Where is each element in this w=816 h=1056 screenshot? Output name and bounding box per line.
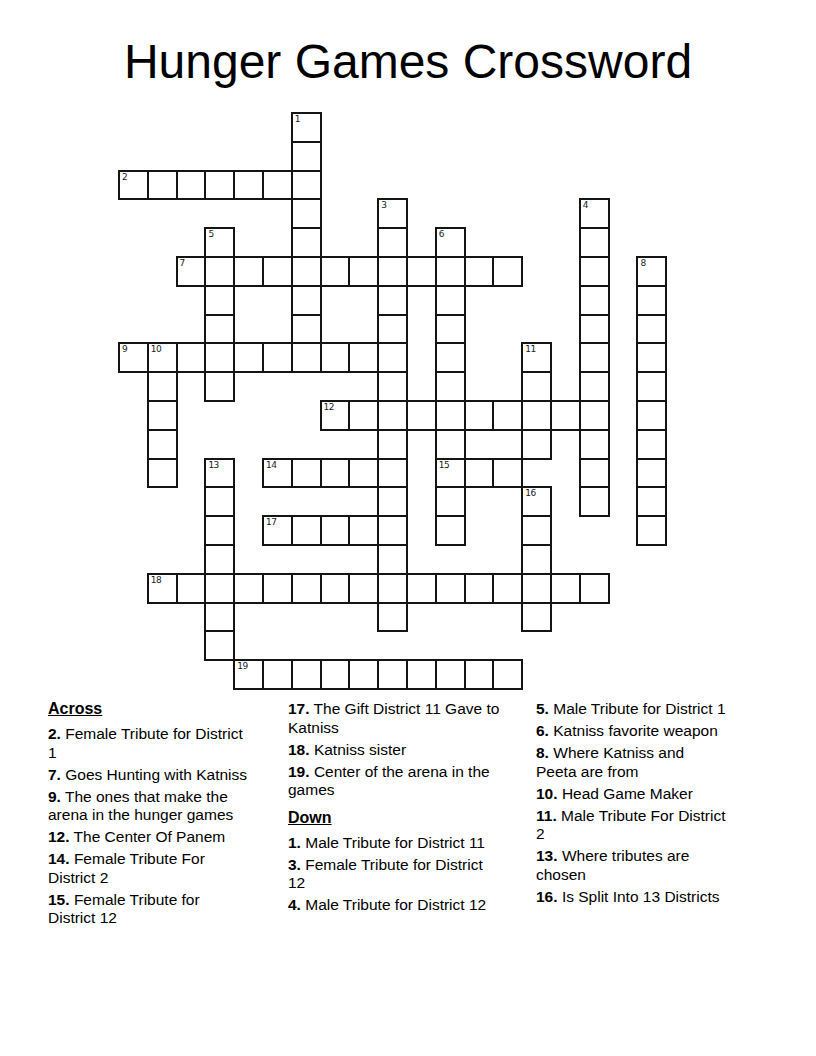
grid-cell[interactable] bbox=[291, 170, 322, 201]
clue-text: Where tributes are chosen bbox=[536, 847, 689, 883]
grid-cell[interactable]: 12 bbox=[320, 400, 351, 431]
grid-cell[interactable] bbox=[377, 285, 408, 316]
grid-cell[interactable] bbox=[262, 659, 293, 690]
grid-cell[interactable]: 13 bbox=[204, 458, 235, 489]
grid-cell[interactable] bbox=[435, 400, 466, 431]
grid-cell[interactable] bbox=[291, 198, 322, 229]
grid-cell[interactable] bbox=[291, 458, 322, 489]
clue-number: 6. bbox=[536, 722, 549, 739]
grid-cell[interactable] bbox=[262, 256, 293, 287]
grid-cell[interactable] bbox=[233, 342, 264, 373]
clue-item: 2. Female Tribute for District 1 bbox=[48, 725, 248, 762]
grid-cell[interactable]: 3 bbox=[377, 198, 408, 229]
clue-item: 16. Is Split Into 13 Districts bbox=[536, 888, 728, 907]
grid-cell[interactable] bbox=[435, 429, 466, 460]
clue-number: 7. bbox=[48, 766, 61, 783]
grid-cell[interactable] bbox=[406, 400, 437, 431]
grid-cell-number: 3 bbox=[381, 200, 386, 210]
grid-cell-number: 16 bbox=[525, 488, 535, 498]
clue-item: 12. The Center Of Panem bbox=[48, 828, 248, 847]
clue-text: Female Tribute for District 12 bbox=[48, 891, 200, 927]
grid-cell[interactable]: 4 bbox=[579, 198, 610, 229]
grid-cell[interactable] bbox=[579, 429, 610, 460]
grid-cell[interactable] bbox=[233, 256, 264, 287]
grid-cell[interactable] bbox=[204, 515, 235, 546]
clue-item: 4. Male Tribute for District 12 bbox=[288, 896, 501, 915]
grid-cell[interactable] bbox=[147, 400, 178, 431]
grid-cell[interactable]: 5 bbox=[204, 227, 235, 258]
grid-cell[interactable] bbox=[377, 458, 408, 489]
grid-cell[interactable] bbox=[176, 573, 207, 604]
clue-text: Katniss favorite weapon bbox=[553, 722, 718, 739]
grid-cell-number: 1 bbox=[295, 114, 300, 124]
clue-number: 5. bbox=[536, 700, 549, 717]
grid-cell-number: 18 bbox=[151, 575, 161, 585]
grid-cell-number: 19 bbox=[237, 661, 247, 671]
grid-cell-number: 6 bbox=[439, 229, 444, 239]
grid-cell[interactable] bbox=[435, 573, 466, 604]
clue-item: 19. Center of the arena in the games bbox=[288, 763, 501, 800]
worksheet-page: Hunger Games Crossword 12345678910111213… bbox=[0, 0, 816, 1056]
grid-cell[interactable] bbox=[291, 515, 322, 546]
grid-cell-number: 11 bbox=[525, 344, 535, 354]
grid-cell[interactable] bbox=[348, 573, 379, 604]
clue-text: Female Tribute for District 12 bbox=[288, 856, 483, 892]
grid-cell-number: 13 bbox=[208, 460, 218, 470]
grid-cell[interactable] bbox=[147, 170, 178, 201]
grid-cell[interactable] bbox=[348, 515, 379, 546]
grid-cell[interactable] bbox=[147, 458, 178, 489]
grid-cell[interactable]: 11 bbox=[521, 342, 552, 373]
clue-item: 13. Where tributes are chosen bbox=[536, 847, 728, 884]
grid-cell[interactable] bbox=[406, 573, 437, 604]
grid-cell[interactable] bbox=[348, 342, 379, 373]
clue-number: 3. bbox=[288, 856, 301, 873]
grid-cell[interactable] bbox=[204, 544, 235, 575]
grid-cell[interactable] bbox=[579, 256, 610, 287]
clue-text: Male Tribute for District 1 bbox=[553, 700, 725, 717]
grid-cell[interactable] bbox=[521, 544, 552, 575]
grid-cell[interactable]: 18 bbox=[147, 573, 178, 604]
grid-cell[interactable] bbox=[377, 486, 408, 517]
clue-item: 14. Female Tribute For District 2 bbox=[48, 850, 248, 887]
grid-cell[interactable]: 6 bbox=[435, 227, 466, 258]
clue-text: Male Tribute for District 11 bbox=[305, 834, 485, 851]
grid-cell[interactable] bbox=[435, 659, 466, 690]
grid-cell[interactable] bbox=[377, 515, 408, 546]
grid-cell[interactable] bbox=[147, 429, 178, 460]
grid-cell[interactable]: 16 bbox=[521, 486, 552, 517]
grid-cell[interactable] bbox=[204, 314, 235, 345]
grid-cell[interactable] bbox=[464, 458, 495, 489]
grid-cell[interactable] bbox=[521, 602, 552, 633]
grid-cell[interactable] bbox=[377, 429, 408, 460]
grid-cell-number: 12 bbox=[324, 402, 334, 412]
grid-cell[interactable] bbox=[377, 371, 408, 402]
grid-cell-number: 15 bbox=[439, 460, 449, 470]
grid-cell[interactable] bbox=[320, 515, 351, 546]
clue-text: The ones that make the arena in the hung… bbox=[48, 788, 233, 824]
grid-cell[interactable] bbox=[291, 227, 322, 258]
clue-text: Male Tribute For District 2 bbox=[536, 807, 726, 843]
grid-cell[interactable] bbox=[435, 256, 466, 287]
grid-cell-number: 14 bbox=[266, 460, 276, 470]
grid-cell[interactable] bbox=[464, 256, 495, 287]
grid-cell-number: 2 bbox=[122, 172, 127, 182]
grid-cell[interactable] bbox=[204, 486, 235, 517]
grid-cell[interactable] bbox=[377, 573, 408, 604]
down-heading: Down bbox=[288, 809, 501, 827]
grid-cell[interactable] bbox=[579, 314, 610, 345]
clue-text: Center of the arena in the games bbox=[288, 763, 490, 799]
grid-cell[interactable] bbox=[492, 573, 523, 604]
grid-cell[interactable]: 14 bbox=[262, 458, 293, 489]
clue-number: 10. bbox=[536, 785, 558, 802]
clue-text: Is Split Into 13 Districts bbox=[562, 888, 720, 905]
grid-cell[interactable] bbox=[636, 342, 667, 373]
grid-cell[interactable] bbox=[435, 486, 466, 517]
grid-cell[interactable] bbox=[204, 256, 235, 287]
clue-number: 18. bbox=[288, 741, 310, 758]
grid-cell[interactable] bbox=[320, 256, 351, 287]
grid-cell[interactable] bbox=[377, 314, 408, 345]
grid-cell[interactable] bbox=[147, 371, 178, 402]
clue-text: Male Tribute for District 12 bbox=[305, 896, 486, 913]
grid-cell[interactable]: 7 bbox=[176, 256, 207, 287]
grid-cell[interactable] bbox=[579, 342, 610, 373]
grid-cell-number: 9 bbox=[122, 344, 127, 354]
grid-cell[interactable] bbox=[550, 400, 581, 431]
grid-cell[interactable] bbox=[204, 285, 235, 316]
clues-column-2: 17. The Gift District 11 Gave to Katniss… bbox=[288, 700, 501, 918]
grid-cell[interactable] bbox=[176, 342, 207, 373]
grid-cell[interactable] bbox=[377, 227, 408, 258]
grid-cell-number: 17 bbox=[266, 517, 276, 527]
grid-cell[interactable] bbox=[291, 573, 322, 604]
grid-cell[interactable] bbox=[204, 602, 235, 633]
grid-cell[interactable]: 17 bbox=[262, 515, 293, 546]
clue-item: 17. The Gift District 11 Gave to Katniss bbox=[288, 700, 501, 737]
clue-item: 10. Head Game Maker bbox=[536, 785, 728, 804]
grid-cell[interactable] bbox=[521, 371, 552, 402]
grid-cell[interactable] bbox=[291, 342, 322, 373]
grid-cell[interactable] bbox=[464, 400, 495, 431]
grid-cell[interactable] bbox=[464, 573, 495, 604]
grid-cell[interactable] bbox=[348, 400, 379, 431]
grid-cell-number: 10 bbox=[151, 344, 161, 354]
clue-number: 12. bbox=[48, 828, 70, 845]
grid-cell[interactable] bbox=[233, 573, 264, 604]
grid-cell[interactable] bbox=[636, 314, 667, 345]
grid-cell[interactable] bbox=[579, 227, 610, 258]
grid-cell[interactable] bbox=[348, 458, 379, 489]
grid-cell[interactable] bbox=[435, 285, 466, 316]
clue-text: The Gift District 11 Gave to Katniss bbox=[288, 700, 499, 736]
clue-number: 14. bbox=[48, 850, 70, 867]
clue-number: 8. bbox=[536, 744, 549, 761]
grid-cell[interactable] bbox=[291, 314, 322, 345]
grid-cell[interactable] bbox=[636, 429, 667, 460]
grid-cell[interactable]: 10 bbox=[147, 342, 178, 373]
grid-cell[interactable] bbox=[233, 170, 264, 201]
grid-cell[interactable] bbox=[435, 342, 466, 373]
grid-cell[interactable] bbox=[348, 256, 379, 287]
clue-number: 2. bbox=[48, 725, 61, 742]
grid-cell[interactable]: 19 bbox=[233, 659, 264, 690]
grid-cell[interactable] bbox=[204, 371, 235, 402]
grid-cell-number: 5 bbox=[208, 229, 213, 239]
clue-number: 13. bbox=[536, 847, 558, 864]
grid-cell[interactable] bbox=[320, 659, 351, 690]
clue-item: 11. Male Tribute For District 2 bbox=[536, 807, 728, 844]
grid-cell-number: 7 bbox=[180, 258, 185, 268]
grid-cell[interactable]: 9 bbox=[118, 342, 149, 373]
grid-cell[interactable] bbox=[521, 515, 552, 546]
grid-cell[interactable] bbox=[291, 659, 322, 690]
grid-cell[interactable] bbox=[320, 573, 351, 604]
grid-cell[interactable] bbox=[579, 400, 610, 431]
clue-item: 3. Female Tribute for District 12 bbox=[288, 856, 501, 893]
grid-cell[interactable] bbox=[291, 256, 322, 287]
grid-cell[interactable] bbox=[262, 573, 293, 604]
grid-cell[interactable] bbox=[348, 659, 379, 690]
clue-number: 19. bbox=[288, 763, 310, 780]
grid-cell[interactable] bbox=[492, 256, 523, 287]
clue-number: 1. bbox=[288, 834, 301, 851]
grid-cell[interactable] bbox=[377, 256, 408, 287]
grid-cell[interactable] bbox=[579, 371, 610, 402]
grid-cell[interactable] bbox=[204, 630, 235, 661]
grid-cell[interactable] bbox=[406, 659, 437, 690]
grid-cell[interactable]: 15 bbox=[435, 458, 466, 489]
grid-cell[interactable]: 2 bbox=[118, 170, 149, 201]
grid-cell-number: 8 bbox=[640, 258, 645, 268]
grid-cell[interactable] bbox=[377, 602, 408, 633]
clue-number: 4. bbox=[288, 896, 301, 913]
grid-cell[interactable] bbox=[291, 141, 322, 172]
grid-cell[interactable] bbox=[204, 573, 235, 604]
grid-cell[interactable] bbox=[636, 458, 667, 489]
clue-item: 7. Goes Hunting with Katniss bbox=[48, 766, 248, 785]
grid-cell[interactable] bbox=[262, 342, 293, 373]
grid-cell[interactable] bbox=[377, 544, 408, 575]
clue-number: 17. bbox=[288, 700, 310, 717]
grid-cell[interactable] bbox=[636, 515, 667, 546]
grid-cell[interactable]: 8 bbox=[636, 256, 667, 287]
grid-cell[interactable] bbox=[492, 659, 523, 690]
grid-cell[interactable] bbox=[262, 170, 293, 201]
clue-text: Katniss sister bbox=[314, 741, 406, 758]
grid-cell[interactable] bbox=[579, 573, 610, 604]
grid-cell[interactable] bbox=[291, 285, 322, 316]
clue-item: 15. Female Tribute for District 12 bbox=[48, 891, 248, 928]
grid-cell[interactable] bbox=[435, 371, 466, 402]
grid-cell[interactable] bbox=[521, 429, 552, 460]
grid-cell[interactable] bbox=[320, 458, 351, 489]
grid-cell[interactable] bbox=[550, 573, 581, 604]
grid-cell[interactable] bbox=[579, 486, 610, 517]
grid-cell[interactable] bbox=[377, 659, 408, 690]
page-title: Hunger Games Crossword bbox=[0, 34, 816, 89]
clue-item: 5. Male Tribute for District 1 bbox=[536, 700, 728, 719]
clue-item: 8. Where Katniss and Peeta are from bbox=[536, 744, 728, 781]
grid-cell[interactable] bbox=[377, 400, 408, 431]
grid-cell[interactable] bbox=[636, 486, 667, 517]
clue-item: 6. Katniss favorite weapon bbox=[536, 722, 728, 741]
clues-column-1: Across2. Female Tribute for District 17.… bbox=[48, 700, 248, 931]
clue-item: 1. Male Tribute for District 11 bbox=[288, 834, 501, 853]
grid-cell[interactable] bbox=[521, 573, 552, 604]
grid-cell[interactable] bbox=[435, 314, 466, 345]
clue-number: 9. bbox=[48, 788, 61, 805]
clue-number: 11. bbox=[536, 807, 557, 824]
clue-item: 9. The ones that make the arena in the h… bbox=[48, 788, 248, 825]
grid-cell[interactable] bbox=[320, 342, 351, 373]
grid-cell[interactable] bbox=[636, 285, 667, 316]
clue-item: 18. Katniss sister bbox=[288, 741, 501, 760]
grid-cell[interactable] bbox=[406, 256, 437, 287]
grid-cell[interactable] bbox=[579, 285, 610, 316]
across-heading: Across bbox=[48, 700, 248, 718]
grid-cell[interactable] bbox=[579, 458, 610, 489]
clue-number: 15. bbox=[48, 891, 70, 908]
grid-cell[interactable] bbox=[377, 342, 408, 373]
clue-text: The Center Of Panem bbox=[74, 828, 226, 845]
clue-text: Where Katniss and Peeta are from bbox=[536, 744, 684, 780]
grid-cell[interactable] bbox=[492, 458, 523, 489]
clue-text: Goes Hunting with Katniss bbox=[65, 766, 247, 783]
clue-number: 16. bbox=[536, 888, 558, 905]
grid-cell[interactable] bbox=[521, 400, 552, 431]
grid-cell[interactable] bbox=[464, 659, 495, 690]
grid-cell[interactable]: 1 bbox=[291, 112, 322, 143]
grid-cell[interactable] bbox=[636, 371, 667, 402]
grid-cell[interactable] bbox=[636, 400, 667, 431]
clue-text: Female Tribute for District 1 bbox=[48, 725, 243, 761]
clue-text: Female Tribute For District 2 bbox=[48, 850, 205, 886]
clues-column-3: 5. Male Tribute for District 16. Katniss… bbox=[536, 700, 728, 910]
clue-text: Head Game Maker bbox=[562, 785, 693, 802]
grid-cell[interactable] bbox=[492, 400, 523, 431]
grid-cell[interactable] bbox=[435, 515, 466, 546]
grid-cell[interactable] bbox=[204, 342, 235, 373]
grid-cell-number: 4 bbox=[583, 200, 588, 210]
grid-cell[interactable] bbox=[176, 170, 207, 201]
grid-cell[interactable] bbox=[204, 170, 235, 201]
